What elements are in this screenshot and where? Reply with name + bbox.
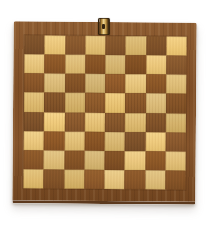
square-r2c5 [105, 55, 125, 74]
square-r2c1 [24, 54, 44, 73]
square-r4c4 [85, 93, 105, 112]
square-r7c8 [165, 151, 185, 170]
square-r4c8 [166, 94, 186, 113]
square-r3c7 [146, 75, 166, 94]
square-r1c6 [126, 36, 146, 55]
square-r2c4 [85, 55, 105, 74]
square-r3c1 [24, 74, 44, 93]
square-r3c8 [166, 75, 186, 94]
square-r5c4 [85, 112, 105, 131]
square-r6c5 [105, 132, 125, 151]
square-r8c7 [145, 170, 165, 189]
square-r6c1 [24, 131, 44, 150]
square-r5c8 [166, 113, 186, 132]
square-r1c5 [105, 36, 125, 55]
square-r1c3 [65, 36, 85, 55]
square-r4c3 [65, 93, 85, 112]
square-r3c6 [125, 74, 145, 93]
square-r5c3 [64, 112, 84, 131]
square-r6c2 [44, 131, 64, 150]
square-r7c3 [64, 150, 84, 169]
square-r5c1 [24, 112, 44, 131]
square-r4c1 [24, 93, 44, 112]
square-r1c4 [85, 36, 105, 55]
square-r1c1 [24, 35, 44, 54]
square-r4c2 [44, 93, 64, 112]
square-r6c6 [125, 132, 145, 151]
square-r5c7 [145, 113, 165, 132]
chess-board [12, 21, 196, 204]
board-grid [23, 35, 186, 189]
square-r7c6 [125, 151, 145, 170]
brass-clasp-icon [98, 18, 110, 35]
square-r4c5 [105, 93, 125, 112]
square-r2c7 [146, 55, 166, 74]
square-r6c4 [84, 131, 104, 150]
square-r8c8 [165, 170, 185, 189]
square-r6c7 [145, 132, 165, 151]
square-r7c4 [84, 151, 104, 170]
square-r2c2 [45, 55, 65, 74]
square-r7c7 [145, 151, 165, 170]
square-r7c2 [44, 150, 64, 169]
square-r6c3 [64, 131, 84, 150]
square-r7c1 [24, 150, 44, 169]
photo-background [0, 0, 210, 225]
square-r2c3 [65, 55, 85, 74]
square-r6c8 [165, 132, 185, 151]
square-r3c5 [105, 74, 125, 93]
square-r4c6 [125, 94, 145, 113]
square-r8c4 [84, 170, 104, 189]
square-r2c6 [126, 55, 146, 74]
square-r8c3 [64, 170, 84, 189]
clasp-keyhole-icon [102, 24, 105, 29]
square-r8c1 [23, 169, 43, 188]
square-r3c3 [65, 74, 85, 93]
square-r2c8 [166, 56, 186, 75]
square-r4c7 [146, 94, 166, 113]
square-r8c2 [44, 169, 64, 188]
square-r7c5 [105, 151, 125, 170]
square-r5c6 [125, 113, 145, 132]
square-r5c2 [44, 112, 64, 131]
square-r3c2 [44, 74, 64, 93]
square-r1c7 [146, 36, 166, 55]
square-r1c2 [45, 36, 65, 55]
square-r8c5 [104, 170, 124, 189]
square-r8c6 [125, 170, 145, 189]
square-r1c8 [166, 36, 186, 55]
square-r5c5 [105, 113, 125, 132]
square-r3c4 [85, 74, 105, 93]
